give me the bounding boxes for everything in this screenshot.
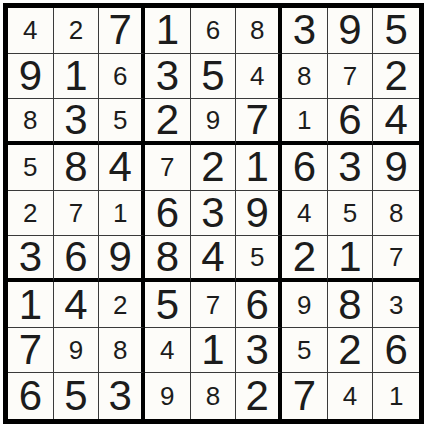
cell-r7c7[interactable]: 9 (282, 282, 328, 328)
cell-r3c5[interactable]: 9 (191, 99, 237, 145)
cell-r5c4[interactable]: 6 (145, 191, 191, 237)
cell-r2c7[interactable]: 8 (282, 54, 328, 100)
cell-r4c7[interactable]: 6 (282, 145, 328, 191)
cell-r6c5[interactable]: 4 (191, 236, 237, 282)
cell-r7c6[interactable]: 6 (236, 282, 282, 328)
cell-r3c8[interactable]: 6 (328, 99, 374, 145)
cell-r7c2[interactable]: 4 (54, 282, 100, 328)
cell-r6c3[interactable]: 9 (99, 236, 145, 282)
page: 4271683959163548728352971645847216392716… (0, 0, 427, 427)
cell-r8c1[interactable]: 7 (8, 328, 54, 374)
cell-r2c3[interactable]: 6 (99, 54, 145, 100)
cell-r6c8[interactable]: 1 (328, 236, 374, 282)
cell-r8c2[interactable]: 9 (54, 328, 100, 374)
cell-r2c6[interactable]: 4 (236, 54, 282, 100)
cell-r1c4[interactable]: 1 (145, 8, 191, 54)
cell-r6c4[interactable]: 8 (145, 236, 191, 282)
cell-r1c3[interactable]: 7 (99, 8, 145, 54)
cell-r3c9[interactable]: 4 (373, 99, 419, 145)
cell-r1c5[interactable]: 6 (191, 8, 237, 54)
cell-r7c3[interactable]: 2 (99, 282, 145, 328)
cell-r4c1[interactable]: 5 (8, 145, 54, 191)
cell-r4c2[interactable]: 8 (54, 145, 100, 191)
cell-r2c1[interactable]: 9 (8, 54, 54, 100)
cell-r9c5[interactable]: 8 (191, 373, 237, 419)
cell-r5c5[interactable]: 3 (191, 191, 237, 237)
cell-r1c1[interactable]: 4 (8, 8, 54, 54)
cell-r2c9[interactable]: 2 (373, 54, 419, 100)
cell-r8c3[interactable]: 8 (99, 328, 145, 374)
cell-r5c2[interactable]: 7 (54, 191, 100, 237)
cell-r1c7[interactable]: 3 (282, 8, 328, 54)
cell-r9c3[interactable]: 3 (99, 373, 145, 419)
cell-r8c4[interactable]: 4 (145, 328, 191, 374)
cell-r3c1[interactable]: 8 (8, 99, 54, 145)
cell-r4c4[interactable]: 7 (145, 145, 191, 191)
cell-r9c2[interactable]: 5 (54, 373, 100, 419)
cell-r7c9[interactable]: 3 (373, 282, 419, 328)
cell-r3c4[interactable]: 2 (145, 99, 191, 145)
cell-r1c9[interactable]: 5 (373, 8, 419, 54)
cell-r5c1[interactable]: 2 (8, 191, 54, 237)
cell-r4c6[interactable]: 1 (236, 145, 282, 191)
cell-r8c5[interactable]: 1 (191, 328, 237, 374)
cell-r7c8[interactable]: 8 (328, 282, 374, 328)
cell-r4c5[interactable]: 2 (191, 145, 237, 191)
cell-r2c8[interactable]: 7 (328, 54, 374, 100)
cell-r1c6[interactable]: 8 (236, 8, 282, 54)
cell-r2c2[interactable]: 1 (54, 54, 100, 100)
sudoku-board: 4271683959163548728352971645847216392716… (3, 3, 424, 424)
cell-r8c7[interactable]: 5 (282, 328, 328, 374)
cell-r7c1[interactable]: 1 (8, 282, 54, 328)
cell-r9c1[interactable]: 6 (8, 373, 54, 419)
cell-r1c2[interactable]: 2 (54, 8, 100, 54)
cell-r9c4[interactable]: 9 (145, 373, 191, 419)
cell-r9c8[interactable]: 4 (328, 373, 374, 419)
cell-r5c3[interactable]: 1 (99, 191, 145, 237)
cell-r4c8[interactable]: 3 (328, 145, 374, 191)
cell-r9c9[interactable]: 1 (373, 373, 419, 419)
cell-r6c6[interactable]: 5 (236, 236, 282, 282)
cell-r3c2[interactable]: 3 (54, 99, 100, 145)
cell-r3c3[interactable]: 5 (99, 99, 145, 145)
cell-r6c2[interactable]: 6 (54, 236, 100, 282)
cell-r5c7[interactable]: 4 (282, 191, 328, 237)
cell-r3c7[interactable]: 1 (282, 99, 328, 145)
cell-r6c7[interactable]: 2 (282, 236, 328, 282)
cell-r5c6[interactable]: 9 (236, 191, 282, 237)
cell-r6c9[interactable]: 7 (373, 236, 419, 282)
cell-r8c9[interactable]: 6 (373, 328, 419, 374)
cell-r7c4[interactable]: 5 (145, 282, 191, 328)
cell-r3c6[interactable]: 7 (236, 99, 282, 145)
cell-r5c9[interactable]: 8 (373, 191, 419, 237)
cell-r4c9[interactable]: 9 (373, 145, 419, 191)
cell-r9c6[interactable]: 2 (236, 373, 282, 419)
cell-r4c3[interactable]: 4 (99, 145, 145, 191)
cell-r6c1[interactable]: 3 (8, 236, 54, 282)
cell-r5c8[interactable]: 5 (328, 191, 374, 237)
cell-r2c5[interactable]: 5 (191, 54, 237, 100)
cell-r7c5[interactable]: 7 (191, 282, 237, 328)
cell-r1c8[interactable]: 9 (328, 8, 374, 54)
cell-r9c7[interactable]: 7 (282, 373, 328, 419)
cell-r8c8[interactable]: 2 (328, 328, 374, 374)
cell-r2c4[interactable]: 3 (145, 54, 191, 100)
cell-r8c6[interactable]: 3 (236, 328, 282, 374)
